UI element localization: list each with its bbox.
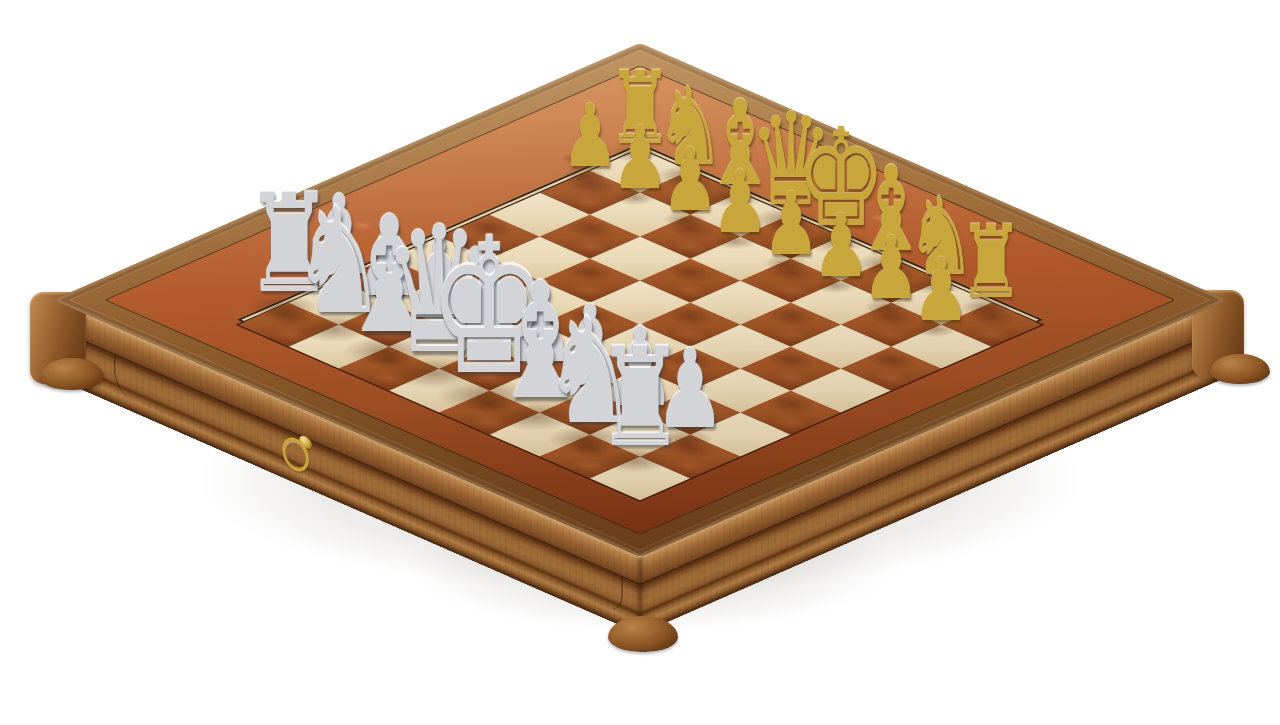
chess-set-photo: ♜♞♝♛♚♝♞♜♟♟♟♟♟♟♟♟♟♟♟♟♟♟♟♟♜♞♝♛♚♝♞♜ xyxy=(0,0,1280,725)
bun-foot-left xyxy=(40,358,104,390)
bun-foot-right xyxy=(1210,354,1270,384)
drawer-ring-pull[interactable] xyxy=(282,426,316,477)
bun-foot-front xyxy=(608,616,678,652)
chess-case-top xyxy=(53,43,1227,557)
